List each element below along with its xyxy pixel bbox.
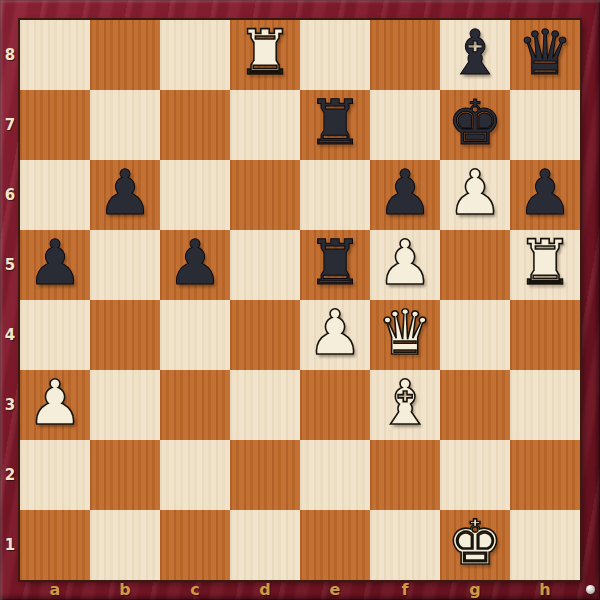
- white-pawn-f5: ♟: [377, 228, 433, 298]
- square-h6[interactable]: ♟: [510, 160, 580, 230]
- square-c5[interactable]: ♟: [160, 230, 230, 300]
- white-bishop-f3: ♝: [377, 368, 433, 438]
- square-d5[interactable]: [230, 230, 300, 300]
- square-g1[interactable]: ♚: [440, 510, 510, 580]
- file-label-d: d: [230, 578, 300, 600]
- square-h8[interactable]: ♛: [510, 20, 580, 90]
- black-rook-e7: ♜: [307, 88, 363, 158]
- board-frame: ♜♝♛♜♚♟♟♟♟♟♟♜♟♜♟♛♟♝♚ 87654321 abcdefgh: [0, 0, 600, 600]
- black-king-g7: ♚: [447, 88, 503, 158]
- black-rook-e5: ♜: [307, 228, 363, 298]
- black-pawn-f6: ♟: [377, 158, 433, 228]
- file-label-h: h: [510, 578, 580, 600]
- square-a3[interactable]: ♟: [20, 370, 90, 440]
- file-label-e: e: [300, 578, 370, 600]
- square-b4[interactable]: [90, 300, 160, 370]
- square-d2[interactable]: [230, 440, 300, 510]
- white-pawn-e4: ♟: [307, 298, 363, 368]
- square-h1[interactable]: [510, 510, 580, 580]
- white-king-g1: ♚: [447, 508, 503, 578]
- white-pawn-a3: ♟: [27, 368, 83, 438]
- rank-label-7: 7: [0, 90, 20, 160]
- square-h2[interactable]: [510, 440, 580, 510]
- square-g2[interactable]: [440, 440, 510, 510]
- square-e3[interactable]: [300, 370, 370, 440]
- square-b5[interactable]: [90, 230, 160, 300]
- black-pawn-c5: ♟: [167, 228, 223, 298]
- square-g6[interactable]: ♟: [440, 160, 510, 230]
- white-pawn-g6: ♟: [447, 158, 503, 228]
- file-label-c: c: [160, 578, 230, 600]
- square-f6[interactable]: ♟: [370, 160, 440, 230]
- rank-label-6: 6: [0, 160, 20, 230]
- white-rook-d8: ♜: [237, 18, 293, 88]
- square-g3[interactable]: [440, 370, 510, 440]
- file-label-b: b: [90, 578, 160, 600]
- square-b8[interactable]: [90, 20, 160, 90]
- square-f7[interactable]: [370, 90, 440, 160]
- square-b3[interactable]: [90, 370, 160, 440]
- square-a2[interactable]: [20, 440, 90, 510]
- square-g7[interactable]: ♚: [440, 90, 510, 160]
- square-f2[interactable]: [370, 440, 440, 510]
- square-h7[interactable]: [510, 90, 580, 160]
- square-f8[interactable]: [370, 20, 440, 90]
- file-label-f: f: [370, 578, 440, 600]
- square-g8[interactable]: ♝: [440, 20, 510, 90]
- square-e6[interactable]: [300, 160, 370, 230]
- rank-labels: 87654321: [0, 20, 20, 580]
- square-e2[interactable]: [300, 440, 370, 510]
- square-c1[interactable]: [160, 510, 230, 580]
- square-f5[interactable]: ♟: [370, 230, 440, 300]
- square-h3[interactable]: [510, 370, 580, 440]
- square-d1[interactable]: [230, 510, 300, 580]
- square-d3[interactable]: [230, 370, 300, 440]
- square-c3[interactable]: [160, 370, 230, 440]
- square-g4[interactable]: [440, 300, 510, 370]
- square-c6[interactable]: [160, 160, 230, 230]
- square-d4[interactable]: [230, 300, 300, 370]
- square-h4[interactable]: [510, 300, 580, 370]
- white-rook-h5: ♜: [517, 228, 573, 298]
- square-d8[interactable]: ♜: [230, 20, 300, 90]
- square-a5[interactable]: ♟: [20, 230, 90, 300]
- square-e8[interactable]: [300, 20, 370, 90]
- square-d7[interactable]: [230, 90, 300, 160]
- black-pawn-b6: ♟: [97, 158, 153, 228]
- rank-label-3: 3: [0, 370, 20, 440]
- square-e7[interactable]: ♜: [300, 90, 370, 160]
- rank-label-5: 5: [0, 230, 20, 300]
- square-c2[interactable]: [160, 440, 230, 510]
- file-labels: abcdefgh: [20, 578, 580, 600]
- square-e5[interactable]: ♜: [300, 230, 370, 300]
- file-label-g: g: [440, 578, 510, 600]
- square-h5[interactable]: ♜: [510, 230, 580, 300]
- square-e1[interactable]: [300, 510, 370, 580]
- black-bishop-g8: ♝: [447, 18, 503, 88]
- square-a7[interactable]: [20, 90, 90, 160]
- square-b2[interactable]: [90, 440, 160, 510]
- square-a8[interactable]: [20, 20, 90, 90]
- black-queen-h8: ♛: [517, 18, 573, 88]
- corner-dot-decoration: [586, 585, 595, 594]
- white-queen-f4: ♛: [377, 298, 433, 368]
- square-g5[interactable]: [440, 230, 510, 300]
- square-f1[interactable]: [370, 510, 440, 580]
- square-f3[interactable]: ♝: [370, 370, 440, 440]
- square-f4[interactable]: ♛: [370, 300, 440, 370]
- black-pawn-h6: ♟: [517, 158, 573, 228]
- rank-label-1: 1: [0, 510, 20, 580]
- black-pawn-a5: ♟: [27, 228, 83, 298]
- rank-label-4: 4: [0, 300, 20, 370]
- rank-label-8: 8: [0, 20, 20, 90]
- square-a6[interactable]: [20, 160, 90, 230]
- square-a1[interactable]: [20, 510, 90, 580]
- rank-label-2: 2: [0, 440, 20, 510]
- square-e4[interactable]: ♟: [300, 300, 370, 370]
- square-b7[interactable]: [90, 90, 160, 160]
- square-b1[interactable]: [90, 510, 160, 580]
- square-c8[interactable]: [160, 20, 230, 90]
- square-a4[interactable]: [20, 300, 90, 370]
- file-label-a: a: [20, 578, 90, 600]
- square-b6[interactable]: ♟: [90, 160, 160, 230]
- square-c4[interactable]: [160, 300, 230, 370]
- square-c7[interactable]: [160, 90, 230, 160]
- chess-board: ♜♝♛♜♚♟♟♟♟♟♟♜♟♜♟♛♟♝♚: [20, 20, 580, 580]
- square-d6[interactable]: [230, 160, 300, 230]
